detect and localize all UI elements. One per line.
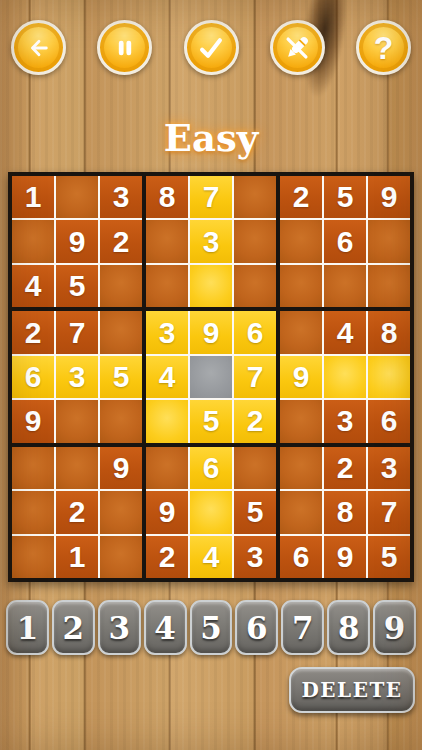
cell-r6c4[interactable]	[146, 400, 188, 442]
pause-button[interactable]	[97, 20, 152, 75]
cell-r8c7[interactable]	[280, 491, 322, 533]
cell-r1c9[interactable]: 9	[368, 176, 410, 218]
numpad-key-5[interactable]: 5	[190, 600, 233, 655]
cell-r8c9[interactable]: 7	[368, 491, 410, 533]
cell-r2c8[interactable]: 6	[324, 220, 366, 262]
cell-r7c3[interactable]: 9	[100, 447, 142, 489]
cell-r8c2[interactable]: 2	[56, 491, 98, 533]
cell-r6c7[interactable]	[280, 400, 322, 442]
cell-r3c8[interactable]	[324, 265, 366, 307]
cell-r6c5[interactable]: 5	[190, 400, 232, 442]
help-button[interactable]: ?	[356, 20, 411, 75]
cell-r3c9[interactable]	[368, 265, 410, 307]
cell-r2c9[interactable]	[368, 220, 410, 262]
cell-r2c4[interactable]	[146, 220, 188, 262]
box-0-0: 139245	[12, 176, 142, 307]
arrow-left-icon	[21, 30, 57, 66]
cell-r9c5[interactable]: 4	[190, 536, 232, 578]
check-button[interactable]	[184, 20, 239, 75]
cell-r6c1[interactable]: 9	[12, 400, 54, 442]
cell-r9c3[interactable]	[100, 536, 142, 578]
cell-r3c4[interactable]	[146, 265, 188, 307]
cell-r3c5[interactable]	[190, 265, 232, 307]
cell-r6c2[interactable]	[56, 400, 98, 442]
cell-r1c4[interactable]: 8	[146, 176, 188, 218]
cell-r9c9[interactable]: 5	[368, 536, 410, 578]
cell-r6c6[interactable]: 2	[234, 400, 276, 442]
numpad-key-9[interactable]: 9	[373, 600, 416, 655]
numpad-key-8[interactable]: 8	[327, 600, 370, 655]
cell-r9c1[interactable]	[12, 536, 54, 578]
pause-icon	[107, 30, 143, 66]
cell-r9c6[interactable]: 3	[234, 536, 276, 578]
question-icon: ?	[374, 32, 394, 64]
cell-r7c7[interactable]	[280, 447, 322, 489]
cell-r8c1[interactable]	[12, 491, 54, 533]
cell-r1c7[interactable]: 2	[280, 176, 322, 218]
cell-r2c3[interactable]: 2	[100, 220, 142, 262]
cell-r4c7[interactable]	[280, 311, 322, 353]
delete-button[interactable]: DELETE	[289, 667, 415, 713]
cell-r7c8[interactable]: 2	[324, 447, 366, 489]
cell-r5c1[interactable]: 6	[12, 356, 54, 398]
cell-r2c6[interactable]	[234, 220, 276, 262]
cell-r2c2[interactable]: 9	[56, 220, 98, 262]
cell-r7c9[interactable]: 3	[368, 447, 410, 489]
cell-r4c8[interactable]: 4	[324, 311, 366, 353]
cell-r9c8[interactable]: 9	[324, 536, 366, 578]
cell-r6c3[interactable]	[100, 400, 142, 442]
cell-r3c1[interactable]: 4	[12, 265, 54, 307]
numpad-key-7[interactable]: 7	[281, 600, 324, 655]
cell-r2c5[interactable]: 3	[190, 220, 232, 262]
cell-r8c3[interactable]	[100, 491, 142, 533]
cell-r5c6[interactable]: 7	[234, 356, 276, 398]
cell-r2c1[interactable]	[12, 220, 54, 262]
cell-r5c5[interactable]	[190, 356, 232, 398]
cell-r5c8[interactable]	[324, 356, 366, 398]
cell-r3c3[interactable]	[100, 265, 142, 307]
cell-r8c8[interactable]: 8	[324, 491, 366, 533]
back-button[interactable]	[11, 20, 66, 75]
cell-r4c9[interactable]: 8	[368, 311, 410, 353]
sudoku-app: ? Easy 139245873259627635939647524893692…	[0, 0, 422, 750]
box-1-0: 276359	[12, 311, 142, 442]
numpad-key-1[interactable]: 1	[6, 600, 49, 655]
cell-r4c4[interactable]: 3	[146, 311, 188, 353]
box-2-2: 2387695	[280, 447, 410, 578]
cell-r5c2[interactable]: 3	[56, 356, 98, 398]
cell-r5c4[interactable]: 4	[146, 356, 188, 398]
cell-r4c2[interactable]: 7	[56, 311, 98, 353]
box-2-1: 695243	[146, 447, 276, 578]
cell-r1c1[interactable]: 1	[12, 176, 54, 218]
box-0-1: 873	[146, 176, 276, 307]
box-1-1: 3964752	[146, 311, 276, 442]
cell-r4c3[interactable]	[100, 311, 142, 353]
cell-r7c1[interactable]	[12, 447, 54, 489]
cell-r9c2[interactable]: 1	[56, 536, 98, 578]
cell-r1c3[interactable]: 3	[100, 176, 142, 218]
cell-r8c4[interactable]: 9	[146, 491, 188, 533]
cell-r7c6[interactable]	[234, 447, 276, 489]
numpad-key-3[interactable]: 3	[98, 600, 141, 655]
cell-r7c5[interactable]: 6	[190, 447, 232, 489]
toolbar: ?	[0, 20, 422, 75]
cell-r9c7[interactable]: 6	[280, 536, 322, 578]
cell-r6c9[interactable]: 6	[368, 400, 410, 442]
difficulty-label: Easy	[0, 116, 422, 160]
cell-r7c2[interactable]	[56, 447, 98, 489]
cell-r5c7[interactable]: 9	[280, 356, 322, 398]
numpad-key-2[interactable]: 2	[52, 600, 95, 655]
numpad-key-4[interactable]: 4	[144, 600, 187, 655]
cell-r1c5[interactable]: 7	[190, 176, 232, 218]
cell-r3c7[interactable]	[280, 265, 322, 307]
numpad: 123456789	[6, 600, 416, 655]
numpad-key-6[interactable]: 6	[235, 600, 278, 655]
cell-r1c6[interactable]	[234, 176, 276, 218]
box-0-2: 2596	[280, 176, 410, 307]
cell-r7c4[interactable]	[146, 447, 188, 489]
cell-r5c3[interactable]: 5	[100, 356, 142, 398]
cell-r4c5[interactable]: 9	[190, 311, 232, 353]
cell-r6c8[interactable]: 3	[324, 400, 366, 442]
cell-r1c2[interactable]	[56, 176, 98, 218]
cell-r5c9[interactable]	[368, 356, 410, 398]
cell-r3c2[interactable]: 5	[56, 265, 98, 307]
pencil-icon	[278, 29, 316, 67]
cell-r8c5[interactable]	[190, 491, 232, 533]
cell-r1c8[interactable]: 5	[324, 176, 366, 218]
box-2-0: 921	[12, 447, 142, 578]
sudoku-grid: 1392458732596276359396475248936921695243…	[8, 172, 414, 582]
cell-r4c6[interactable]: 6	[234, 311, 276, 353]
checkmark-icon	[192, 29, 230, 67]
cell-r3c6[interactable]	[234, 265, 276, 307]
cell-r4c1[interactable]: 2	[12, 311, 54, 353]
pencil-button[interactable]	[270, 20, 325, 75]
cell-r9c4[interactable]: 2	[146, 536, 188, 578]
cell-r8c6[interactable]: 5	[234, 491, 276, 533]
cell-r2c7[interactable]	[280, 220, 322, 262]
box-1-2: 48936	[280, 311, 410, 442]
